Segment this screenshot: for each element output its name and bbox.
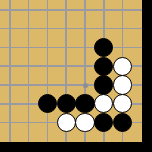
grid-line-horizontal: [0, 28, 142, 30]
grid-line-horizontal: [0, 47, 142, 49]
go-board-view: [0, 0, 152, 152]
black-stone: [94, 75, 113, 94]
black-stone: [75, 94, 94, 113]
white-stone: [113, 57, 132, 76]
white-stone: [94, 94, 113, 113]
white-stone: [113, 94, 132, 113]
white-stone: [75, 113, 94, 132]
black-stone: [94, 38, 113, 57]
black-stone: [94, 57, 113, 76]
black-stone: [113, 113, 132, 132]
black-stone: [57, 94, 76, 113]
black-stone: [38, 94, 57, 113]
grid-line-horizontal: [0, 9, 142, 11]
white-stone: [57, 113, 76, 132]
go-board[interactable]: [0, 0, 142, 142]
white-stone: [113, 75, 132, 94]
black-stone: [94, 113, 113, 132]
star-point: [83, 83, 88, 88]
